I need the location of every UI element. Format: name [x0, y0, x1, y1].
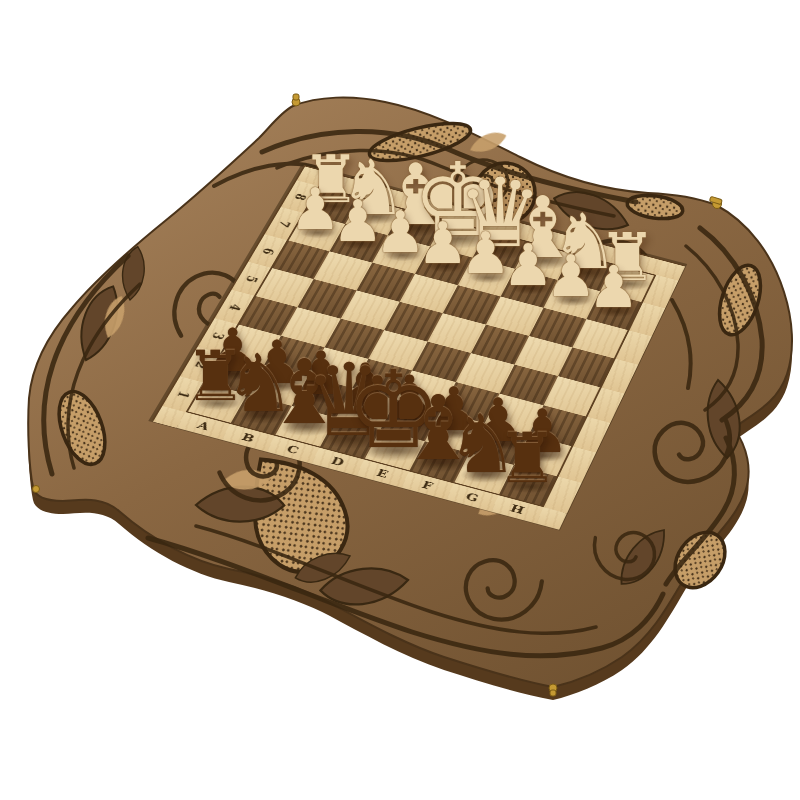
- brass-pin-left-icon: [33, 486, 40, 493]
- brass-pin-top-left-icon: [292, 94, 300, 106]
- brass-pin-bottom-icon: [549, 684, 557, 696]
- product-photo-stage: 87654321ABCDEFGH ♜♞♝♚♛♝♞♜♟♟♟♟♟♟♟♟♟♟♟♟♟♟♟…: [0, 0, 800, 800]
